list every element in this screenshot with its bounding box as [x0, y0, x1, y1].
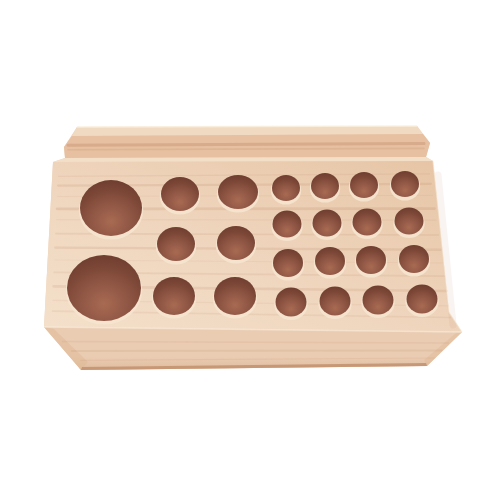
hole-small-r1c1 [272, 175, 300, 201]
hole-small-r4c2 [320, 287, 351, 316]
rail-top-edge-highlight [77, 126, 417, 127]
wooden-tool-holder-svg [0, 0, 500, 500]
wood-grain-streak [68, 144, 424, 146]
hole-medium-1 [161, 177, 199, 211]
hole-small-r3c4 [399, 245, 429, 273]
hole-small-r1c3 [350, 172, 378, 198]
hole-small-r4c1 [276, 288, 307, 317]
hole-small-r3c2 [315, 247, 345, 275]
hole-medium-5 [153, 277, 195, 315]
hole-medium-2 [218, 175, 258, 209]
hole-small-r4c4 [407, 285, 438, 314]
hole-medium-6 [214, 277, 256, 315]
hole-small-r2c1 [273, 211, 302, 238]
hole-medium-3 [157, 227, 195, 261]
product-photo [0, 0, 500, 500]
hole-small-r2c2 [313, 210, 342, 237]
hole-small-r1c4 [391, 171, 419, 197]
hole-small-r2c3 [353, 209, 382, 236]
hole-small-r4c3 [363, 286, 394, 315]
hole-small-r3c3 [356, 246, 386, 274]
hole-small-r3c1 [273, 249, 303, 277]
hole-small-r1c2 [311, 173, 339, 199]
hole-small-r2c4 [395, 208, 424, 235]
hole-large-2 [67, 255, 141, 321]
hole-large-1 [80, 180, 142, 236]
hole-medium-4 [217, 226, 255, 260]
